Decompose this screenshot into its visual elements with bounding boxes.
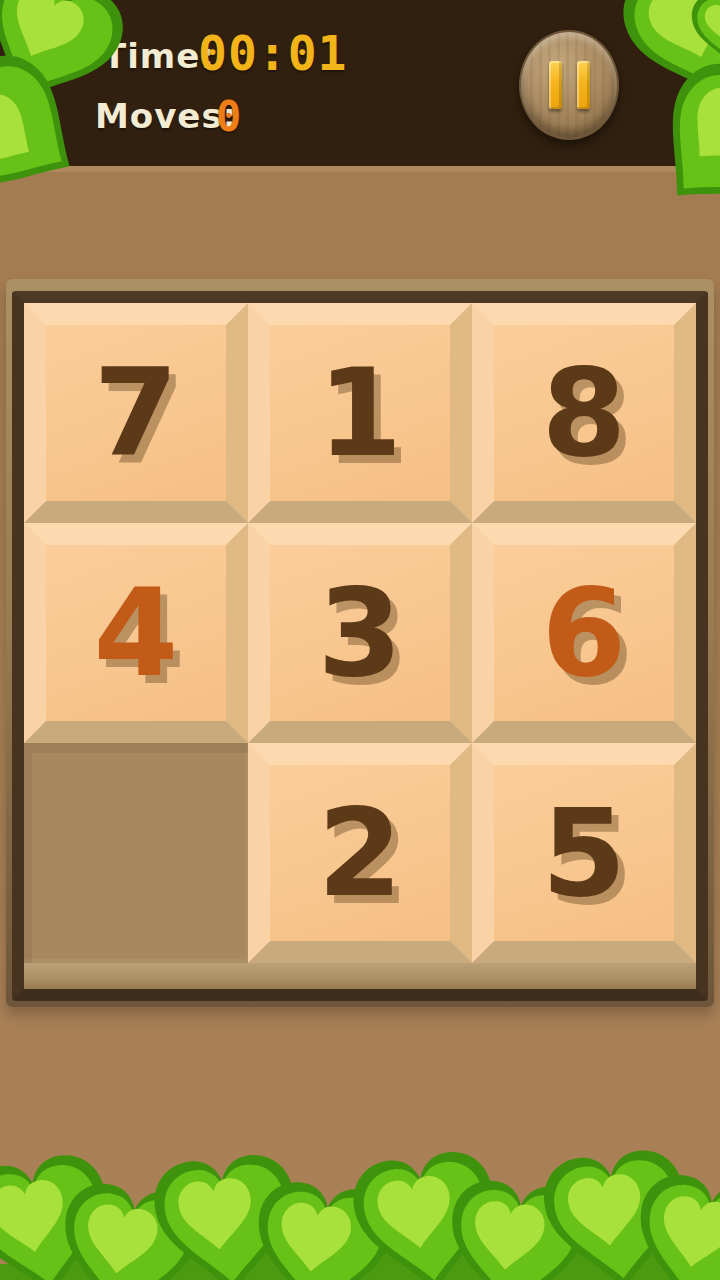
tile-number: 8 [542,352,627,474]
tile-1[interactable]: 1 [248,303,472,523]
tile-4[interactable]: 4 [24,523,248,743]
tile-8[interactable]: 8 [472,303,696,523]
tile-number: 2 [318,792,403,914]
tile-7[interactable]: 7 [24,303,248,523]
tile-6[interactable]: 6 [472,523,696,743]
empty-cell [24,743,248,963]
time-value: 00:01 [198,25,348,81]
leaf-icon [0,1139,133,1280]
tile-number: 4 [94,572,179,694]
moves-value: 0 [216,92,241,141]
board-floor: 71843625 [24,303,696,989]
leaf-base-strip [0,1264,720,1280]
tile-3[interactable]: 3 [248,523,472,743]
tile-5[interactable]: 5 [472,743,696,963]
tile-number: 7 [94,352,179,474]
tile-number: 1 [318,352,403,474]
leaf-icon [614,1160,720,1280]
leaf-icon [529,1137,705,1280]
tile-number: 5 [542,792,627,914]
pause-button[interactable] [519,30,619,140]
tile-number: 3 [318,572,403,694]
puzzle-board: 71843625 [24,303,696,963]
tile-number: 6 [542,572,627,694]
board-frame: 71843625 [6,279,714,1007]
tile-2[interactable]: 2 [248,743,472,963]
leaf-icon [338,1138,516,1280]
pause-icon [549,61,590,109]
leaf-icon [140,1142,314,1280]
